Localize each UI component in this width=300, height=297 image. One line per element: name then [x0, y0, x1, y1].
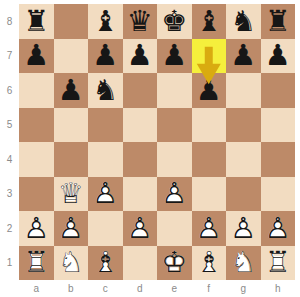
rank-label-7: 7	[0, 39, 19, 74]
square-d2[interactable]: ♟♙	[123, 211, 158, 246]
square-g2[interactable]: ♟♙	[226, 211, 261, 246]
square-b2[interactable]: ♟♙	[54, 211, 89, 246]
square-a7[interactable]: ♟	[19, 39, 54, 74]
square-e3[interactable]: ♟♙	[157, 177, 192, 212]
square-b6[interactable]: ♟	[54, 73, 89, 108]
chess-board-page: 87654321 ♜♝♛♚♝♞♜♟♟♟♟♟♟♟♞♟♛♕♟♙♟♙♟♙♟♙♟♙♟♙♟…	[0, 0, 300, 297]
white-pawn[interactable]: ♟♙	[88, 177, 123, 212]
white-bishop[interactable]: ♝♗	[192, 246, 227, 281]
black-pawn[interactable]: ♟	[157, 39, 192, 74]
square-h1[interactable]: ♜♖	[261, 246, 296, 281]
file-label-b: b	[54, 280, 89, 297]
square-a6[interactable]	[19, 73, 54, 108]
square-a1[interactable]: ♜♖	[19, 246, 54, 281]
white-knight[interactable]: ♞♘	[226, 246, 261, 281]
square-b3[interactable]: ♛♕	[54, 177, 89, 212]
black-knight[interactable]: ♞	[226, 4, 261, 39]
square-c6[interactable]: ♞	[88, 73, 123, 108]
square-g4[interactable]	[226, 142, 261, 177]
square-f6[interactable]: ♟	[192, 73, 227, 108]
black-pawn[interactable]: ♟	[192, 73, 227, 108]
piece-outline: ♗	[192, 246, 227, 281]
square-b4[interactable]	[54, 142, 89, 177]
piece-outline: ♙	[88, 177, 123, 212]
rank-label-3: 3	[0, 177, 19, 212]
file-label-g: g	[226, 280, 261, 297]
rank-labels: 87654321	[0, 4, 19, 280]
piece-outline: ♙	[19, 211, 54, 246]
square-c3[interactable]: ♟♙	[88, 177, 123, 212]
black-bishop[interactable]: ♝	[88, 4, 123, 39]
piece-outline: ♙	[54, 211, 89, 246]
square-c2[interactable]	[88, 211, 123, 246]
square-f5[interactable]	[192, 108, 227, 143]
white-bishop[interactable]: ♝♗	[88, 246, 123, 281]
square-c1[interactable]: ♝♗	[88, 246, 123, 281]
piece-outline: ♙	[123, 211, 158, 246]
piece-outline: ♔	[157, 246, 192, 281]
square-d4[interactable]	[123, 142, 158, 177]
square-e5[interactable]	[157, 108, 192, 143]
square-d8[interactable]: ♛	[123, 4, 158, 39]
black-knight[interactable]: ♞	[88, 73, 123, 108]
square-h2[interactable]: ♟♙	[261, 211, 296, 246]
square-e4[interactable]	[157, 142, 192, 177]
square-h3[interactable]	[261, 177, 296, 212]
square-c5[interactable]	[88, 108, 123, 143]
piece-outline: ♙	[226, 211, 261, 246]
white-pawn[interactable]: ♟♙	[226, 211, 261, 246]
file-label-a: a	[19, 280, 54, 297]
black-bishop[interactable]: ♝	[192, 4, 227, 39]
square-d7[interactable]: ♟	[123, 39, 158, 74]
file-label-h: h	[261, 280, 296, 297]
square-f1[interactable]: ♝♗	[192, 246, 227, 281]
piece-outline: ♙	[192, 211, 227, 246]
black-pawn[interactable]: ♟	[123, 39, 158, 74]
square-g3[interactable]	[226, 177, 261, 212]
black-king[interactable]: ♚	[157, 4, 192, 39]
square-a3[interactable]	[19, 177, 54, 212]
square-b1[interactable]: ♞♘	[54, 246, 89, 281]
square-a5[interactable]	[19, 108, 54, 143]
square-b5[interactable]	[54, 108, 89, 143]
square-f4[interactable]	[192, 142, 227, 177]
black-pawn[interactable]: ♟	[54, 73, 89, 108]
square-e7[interactable]: ♟	[157, 39, 192, 74]
square-e6[interactable]	[157, 73, 192, 108]
square-d6[interactable]	[123, 73, 158, 108]
black-pawn[interactable]: ♟	[19, 39, 54, 74]
white-pawn[interactable]: ♟♙	[54, 211, 89, 246]
chess-board: ♜♝♛♚♝♞♜♟♟♟♟♟♟♟♞♟♛♕♟♙♟♙♟♙♟♙♟♙♟♙♟♙♟♙♜♖♞♘♝♗…	[19, 4, 295, 280]
rank-label-1: 1	[0, 246, 19, 281]
black-pawn[interactable]: ♟	[261, 39, 296, 74]
white-knight[interactable]: ♞♘	[54, 246, 89, 281]
square-c4[interactable]	[88, 142, 123, 177]
white-pawn[interactable]: ♟♙	[123, 211, 158, 246]
square-g1[interactable]: ♞♘	[226, 246, 261, 281]
white-rook[interactable]: ♜♖	[261, 246, 296, 281]
piece-outline: ♗	[88, 246, 123, 281]
square-h4[interactable]	[261, 142, 296, 177]
square-a2[interactable]: ♟♙	[19, 211, 54, 246]
square-g8[interactable]: ♞	[226, 4, 261, 39]
black-pawn[interactable]: ♟	[226, 39, 261, 74]
rank-label-8: 8	[0, 4, 19, 39]
white-queen[interactable]: ♛♕	[54, 177, 89, 212]
square-h5[interactable]	[261, 108, 296, 143]
square-f2[interactable]: ♟♙	[192, 211, 227, 246]
file-label-e: e	[157, 280, 192, 297]
white-pawn[interactable]: ♟♙	[261, 211, 296, 246]
rank-label-6: 6	[0, 73, 19, 108]
white-pawn[interactable]: ♟♙	[192, 211, 227, 246]
square-c7[interactable]: ♟	[88, 39, 123, 74]
piece-outline: ♙	[157, 177, 192, 212]
rank-label-4: 4	[0, 142, 19, 177]
piece-outline: ♖	[261, 246, 296, 281]
piece-outline: ♕	[54, 177, 89, 212]
square-c8[interactable]: ♝	[88, 4, 123, 39]
square-h6[interactable]	[261, 73, 296, 108]
square-a8[interactable]: ♜	[19, 4, 54, 39]
square-a4[interactable]	[19, 142, 54, 177]
file-labels: abcdefgh	[19, 280, 295, 297]
piece-outline: ♖	[19, 246, 54, 281]
piece-outline: ♘	[54, 246, 89, 281]
square-d1[interactable]	[123, 246, 158, 281]
black-pawn[interactable]: ♟	[88, 39, 123, 74]
white-king[interactable]: ♚♔	[157, 246, 192, 281]
square-f7[interactable]	[192, 39, 227, 74]
piece-outline: ♙	[261, 211, 296, 246]
rank-label-5: 5	[0, 108, 19, 143]
square-h8[interactable]: ♜	[261, 4, 296, 39]
black-rook[interactable]: ♜	[19, 4, 54, 39]
square-g5[interactable]	[226, 108, 261, 143]
square-d3[interactable]	[123, 177, 158, 212]
square-h7[interactable]: ♟	[261, 39, 296, 74]
square-g7[interactable]: ♟	[226, 39, 261, 74]
file-label-c: c	[88, 280, 123, 297]
square-b8[interactable]	[54, 4, 89, 39]
piece-outline: ♘	[226, 246, 261, 281]
square-e8[interactable]: ♚	[157, 4, 192, 39]
white-pawn[interactable]: ♟♙	[157, 177, 192, 212]
square-f3[interactable]	[192, 177, 227, 212]
black-queen[interactable]: ♛	[123, 4, 158, 39]
file-label-f: f	[192, 280, 227, 297]
square-f8[interactable]: ♝	[192, 4, 227, 39]
square-e1[interactable]: ♚♔	[157, 246, 192, 281]
square-e2[interactable]	[157, 211, 192, 246]
rank-label-2: 2	[0, 211, 19, 246]
square-g6[interactable]	[226, 73, 261, 108]
square-b7[interactable]	[54, 39, 89, 74]
black-rook[interactable]: ♜	[261, 4, 296, 39]
white-rook[interactable]: ♜♖	[19, 246, 54, 281]
square-d5[interactable]	[123, 108, 158, 143]
file-label-d: d	[123, 280, 158, 297]
white-pawn[interactable]: ♟♙	[19, 211, 54, 246]
